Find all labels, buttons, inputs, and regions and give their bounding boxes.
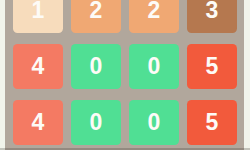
tile-value: 0	[148, 111, 161, 134]
tile-value: 0	[148, 55, 161, 78]
tile-value: 4	[32, 55, 45, 78]
tile[interactable]: 2	[129, 0, 179, 33]
tile[interactable]: 5	[187, 100, 237, 145]
tile[interactable]: 0	[129, 44, 179, 89]
tile-value: 2	[148, 0, 161, 22]
tile[interactable]: 4	[13, 100, 63, 145]
tile-value: 1	[32, 0, 45, 22]
tile-value: 5	[206, 111, 219, 134]
tile-value: 4	[32, 111, 45, 134]
tile[interactable]: 0	[129, 100, 179, 145]
tile[interactable]: 4	[13, 44, 63, 89]
tile[interactable]: 0	[71, 100, 121, 145]
tile-value: 2	[90, 0, 103, 22]
tile-value: 0	[90, 55, 103, 78]
tile[interactable]: 0	[71, 44, 121, 89]
game-board[interactable]: 122340054005	[5, 0, 244, 150]
tile-value: 3	[206, 0, 219, 22]
tile-value: 0	[90, 111, 103, 134]
tile[interactable]: 2	[71, 0, 121, 33]
tile[interactable]: 1	[13, 0, 63, 33]
tile[interactable]: 5	[187, 44, 237, 89]
tile[interactable]: 3	[187, 0, 237, 33]
tile-value: 5	[206, 55, 219, 78]
game-screen: 122340054005	[0, 0, 250, 150]
